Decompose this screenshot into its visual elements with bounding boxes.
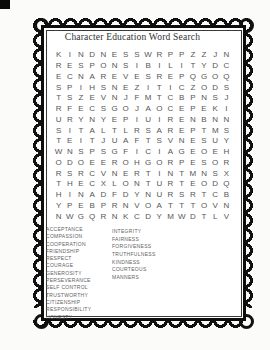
grid-cell: H — [87, 82, 98, 93]
grid-cell: J — [221, 93, 232, 104]
grid-cell: R — [109, 158, 120, 169]
grid-cell: T — [198, 211, 209, 222]
grid-cell: S — [120, 50, 131, 61]
grid-cell: G — [143, 158, 154, 169]
grid-cell: A — [120, 136, 131, 147]
grid-cell: D — [210, 61, 221, 72]
grid-cell: E — [53, 72, 64, 83]
grid-cell: T — [154, 82, 165, 93]
word-list-item: ACCEPTANCE — [46, 226, 91, 233]
grid-cell: N — [198, 93, 209, 104]
grid-cell: C — [165, 93, 176, 104]
grid-cell: R — [165, 190, 176, 201]
grid-cell: F — [64, 104, 75, 115]
grid-cell: N — [75, 72, 86, 83]
grid-cell: Y — [131, 190, 142, 201]
grid-cell: N — [109, 61, 120, 72]
grid-cell: Z — [75, 93, 86, 104]
grid-cell: S — [64, 93, 75, 104]
grid-cell: R — [53, 168, 64, 179]
grid-cell: C — [176, 82, 187, 93]
word-list-item: RESPECT — [46, 255, 91, 262]
grid-cell: M — [187, 168, 198, 179]
grid-cell: N — [143, 190, 154, 201]
grid-cell: E — [176, 125, 187, 136]
grid-cell: O — [154, 104, 165, 115]
word-list-item: CITIZENSHIP — [46, 299, 91, 306]
grid-cell: D — [210, 82, 221, 93]
grid-cell: C — [210, 190, 221, 201]
grid-cell: S — [64, 168, 75, 179]
grid-cell: T — [53, 136, 64, 147]
grid-cell: N — [165, 168, 176, 179]
grid-cell: C — [87, 104, 98, 115]
grid-cell: P — [64, 201, 75, 212]
grid-cell: S — [176, 190, 187, 201]
grid-cell: N — [109, 168, 120, 179]
grid-cell: A — [154, 125, 165, 136]
grid-cell: E — [109, 72, 120, 83]
word-list-item: INTEGRITY — [112, 228, 156, 236]
grid-cell: W — [143, 50, 154, 61]
grid-cell: V — [165, 136, 176, 147]
grid-cell: I — [64, 125, 75, 136]
grid-cell: S — [198, 158, 209, 169]
grid-cell: E — [198, 104, 209, 115]
grid-cell: I — [143, 82, 154, 93]
grid-cell: O — [120, 158, 131, 169]
grid-cell: G — [198, 72, 209, 83]
grid-cell: P — [176, 158, 187, 169]
grid-cell: O — [143, 201, 154, 212]
grid-cell: E — [87, 158, 98, 169]
grid-cell: F — [131, 136, 142, 147]
grid-cell: R — [109, 201, 120, 212]
grid-cell: T — [53, 93, 64, 104]
grid-cell: B — [198, 115, 209, 126]
grid-cell: E — [64, 61, 75, 72]
grid-cell: E — [75, 104, 86, 115]
grid-cell: T — [75, 125, 86, 136]
grid-cell: T — [187, 201, 198, 212]
grid-cell: N — [131, 179, 142, 190]
grid-cell: N — [120, 201, 131, 212]
grid-cell: T — [176, 201, 187, 212]
grid-cell: T — [198, 190, 209, 201]
grid-cell: I — [176, 61, 187, 72]
grid-cell: Q — [187, 72, 198, 83]
scalloped-border-top — [33, 11, 243, 26]
grid-cell: S — [143, 125, 154, 136]
grid-cell: O — [154, 158, 165, 169]
grid-cell: O — [120, 104, 131, 115]
word-list-item: HONESTY — [46, 314, 91, 321]
grid-cell: E — [176, 115, 187, 126]
grid-cell: V — [131, 201, 142, 212]
grid-cell: F — [120, 147, 131, 158]
word-list-item: KINDNESS — [112, 259, 156, 267]
grid-cell: E — [109, 50, 120, 61]
grid-cell: S — [98, 147, 109, 158]
grid-cell: C — [165, 104, 176, 115]
grid-cell: R — [53, 61, 64, 72]
grid-cell: W — [64, 211, 75, 222]
word-list-item: FORGIVENESS — [112, 243, 156, 251]
word-list-item: SELF CONTROL — [46, 284, 91, 291]
grid-cell: N — [87, 115, 98, 126]
grid-cell: N — [109, 82, 120, 93]
grid-cell: I — [154, 115, 165, 126]
grid-cell: Q — [221, 179, 232, 190]
grid-cell: C — [131, 211, 142, 222]
grid-cell: S — [75, 61, 86, 72]
grid-cell: E — [210, 147, 221, 158]
grid-cell: N — [198, 168, 209, 179]
word-grid: KINDNESSWRPPZZJNRESPONSIBILITYDCECNAREVE… — [53, 50, 232, 222]
grid-cell: R — [98, 72, 109, 83]
grid-cell: E — [187, 179, 198, 190]
grid-cell: E — [187, 147, 198, 158]
grid-cell: S — [221, 82, 232, 93]
grid-cell: X — [98, 179, 109, 190]
grid-cell: S — [143, 72, 154, 83]
grid-cell: N — [109, 93, 120, 104]
grid-cell: G — [176, 147, 187, 158]
grid-cell: T — [187, 61, 198, 72]
grid-cell: S — [120, 61, 131, 72]
word-list-right: INTEGRITYFAIRNESSFORGIVENESSTRUTHFULNESS… — [112, 228, 156, 282]
grid-cell: T — [143, 179, 154, 190]
grid-cell: E — [87, 93, 98, 104]
grid-cell: O — [120, 179, 131, 190]
grid-cell: W — [53, 147, 64, 158]
grid-cell: N — [109, 211, 120, 222]
grid-cell: R — [131, 125, 142, 136]
grid-cell: A — [143, 104, 154, 115]
grid-cell: M — [165, 211, 176, 222]
grid-cell: P — [187, 104, 198, 115]
grid-cell: E — [165, 72, 176, 83]
grid-cell: E — [109, 115, 120, 126]
grid-cell: Z — [131, 82, 142, 93]
grid-cell: I — [165, 82, 176, 93]
grid-cell: B — [143, 61, 154, 72]
grid-cell: K — [120, 211, 131, 222]
grid-cell: N — [98, 50, 109, 61]
grid-cell: P — [120, 115, 131, 126]
grid-cell: P — [187, 93, 198, 104]
word-list-item: COOPERATION — [46, 241, 91, 248]
grid-cell: S — [75, 147, 86, 158]
grid-cell: N — [75, 190, 86, 201]
grid-cell: T — [154, 93, 165, 104]
grid-cell: D — [87, 50, 98, 61]
grid-cell: I — [64, 50, 75, 61]
grid-cell: E — [187, 158, 198, 169]
grid-cell: Z — [187, 82, 198, 93]
grid-cell: D — [98, 190, 109, 201]
grid-cell: N — [187, 115, 198, 126]
grid-cell: T — [143, 168, 154, 179]
grid-cell: N — [64, 147, 75, 158]
grid-cell: T — [53, 179, 64, 190]
grid-cell: O — [198, 82, 209, 93]
grid-cell: R — [165, 125, 176, 136]
grid-cell: E — [75, 201, 86, 212]
grid-cell: H — [64, 179, 75, 190]
grid-cell: K — [210, 104, 221, 115]
grid-cell: N — [75, 50, 86, 61]
grid-cell: O — [198, 201, 209, 212]
grid-cell: A — [87, 125, 98, 136]
word-list-item: COURAGE — [46, 262, 91, 269]
grid-cell: D — [187, 211, 198, 222]
grid-cell: O — [75, 158, 86, 169]
grid-cell: V — [120, 72, 131, 83]
grid-cell: P — [176, 72, 187, 83]
grid-cell: D — [64, 158, 75, 169]
grid-cell: R — [131, 168, 142, 179]
grid-cell: L — [210, 211, 221, 222]
grid-cell: S — [98, 82, 109, 93]
grid-cell: U — [154, 179, 165, 190]
grid-cell: G — [75, 211, 86, 222]
grid-cell: L — [109, 179, 120, 190]
grid-cell: V — [98, 93, 109, 104]
grid-cell: R — [75, 168, 86, 179]
grid-cell: I — [154, 168, 165, 179]
grid-cell: T — [176, 179, 187, 190]
grid-cell: N — [221, 201, 232, 212]
grid-cell: S — [210, 93, 221, 104]
grid-cell: R — [64, 115, 75, 126]
grid-cell: A — [87, 190, 98, 201]
word-list-left: ACCEPTANCECOMPASSIONCOOPERATIONFRIENDSHI… — [46, 226, 91, 321]
grid-cell: Q — [87, 211, 98, 222]
word-list-item: FAIRNESS — [112, 236, 156, 244]
grid-cell: V — [210, 201, 221, 212]
grid-cell: M — [143, 93, 154, 104]
grid-cell: S — [210, 168, 221, 179]
word-list-item: GENEROSITY — [46, 270, 91, 277]
grid-cell: Y — [221, 136, 232, 147]
grid-cell: C — [87, 168, 98, 179]
grid-cell: I — [131, 147, 142, 158]
grid-cell: S — [98, 104, 109, 115]
grid-cell: V — [98, 168, 109, 179]
grid-cell: B — [221, 190, 232, 201]
grid-cell: T — [176, 168, 187, 179]
grid-cell: B — [176, 93, 187, 104]
grid-cell: C — [87, 179, 98, 190]
grid-cell: M — [210, 125, 221, 136]
grid-cell: E — [120, 82, 131, 93]
grid-cell: Y — [75, 115, 86, 126]
grid-cell: L — [98, 125, 109, 136]
grid-cell: J — [98, 136, 109, 147]
grid-cell: R — [98, 211, 109, 222]
scalloped-border-right — [245, 18, 260, 308]
grid-cell: P — [176, 50, 187, 61]
grid-cell: I — [75, 136, 86, 147]
grid-cell: I — [131, 61, 142, 72]
grid-cell: O — [198, 179, 209, 190]
grid-cell: G — [109, 104, 120, 115]
grid-cell: T — [87, 136, 98, 147]
grid-cell: F — [109, 190, 120, 201]
grid-cell: L — [120, 125, 131, 136]
grid-cell: A — [154, 201, 165, 212]
word-list-item: PERSEVERANCE — [46, 277, 91, 284]
grid-cell: S — [221, 125, 232, 136]
grid-cell: K — [53, 50, 64, 61]
grid-cell: E — [98, 158, 109, 169]
grid-cell: I — [154, 147, 165, 158]
grid-cell: U — [210, 136, 221, 147]
grid-cell: G — [109, 147, 120, 158]
grid-cell: Y — [198, 61, 209, 72]
grid-cell: I — [75, 82, 86, 93]
grid-cell: R — [187, 190, 198, 201]
grid-cell: D — [120, 190, 131, 201]
word-list-item: MANNERS — [112, 274, 156, 282]
grid-cell: J — [131, 104, 142, 115]
grid-cell: T — [165, 201, 176, 212]
grid-cell: R — [165, 179, 176, 190]
grid-cell: E — [75, 179, 86, 190]
grid-cell: S — [53, 82, 64, 93]
grid-cell: R — [165, 115, 176, 126]
grid-cell: D — [143, 211, 154, 222]
grid-cell: H — [221, 147, 232, 158]
word-list-item: RESPONSIBILITY — [46, 306, 91, 313]
grid-cell: R — [154, 50, 165, 61]
grid-cell: Y — [154, 211, 165, 222]
grid-cell: V — [221, 211, 232, 222]
grid-cell: Z — [198, 50, 209, 61]
grid-cell: E — [176, 104, 187, 115]
grid-cell: I — [154, 61, 165, 72]
grid-cell: N — [210, 115, 221, 126]
word-list-item: COURTEOUS — [112, 266, 156, 274]
grid-cell: L — [165, 61, 176, 72]
grid-cell: S — [154, 136, 165, 147]
grid-cell: X — [221, 168, 232, 179]
grid-cell: S — [131, 50, 142, 61]
grid-cell: P — [187, 125, 198, 136]
grid-cell: Z — [187, 50, 198, 61]
scalloped-border-bottom — [33, 320, 243, 335]
grid-cell: B — [87, 201, 98, 212]
grid-cell: T — [198, 125, 209, 136]
grid-cell: N — [53, 211, 64, 222]
grid-cell: A — [87, 72, 98, 83]
grid-cell: C — [143, 147, 154, 158]
grid-cell: O — [198, 147, 209, 158]
grid-cell: U — [143, 115, 154, 126]
grid-cell: N — [221, 115, 232, 126]
word-list-item: TRUSTWORTHY — [46, 292, 91, 299]
grid-cell: Y — [53, 201, 64, 212]
grid-cell: N — [176, 136, 187, 147]
grid-cell: P — [87, 61, 98, 72]
word-list-item: FRIENDSHIP — [46, 248, 91, 255]
grid-cell: H — [53, 190, 64, 201]
grid-cell: P — [165, 50, 176, 61]
grid-cell: W — [176, 211, 187, 222]
grid-cell: T — [143, 136, 154, 147]
grid-cell: O — [210, 158, 221, 169]
grid-cell: O — [210, 72, 221, 83]
grid-cell: I — [221, 104, 232, 115]
word-list-item: COMPASSION — [46, 233, 91, 240]
grid-cell: T — [109, 125, 120, 136]
grid-cell: S — [53, 125, 64, 136]
grid-cell: O — [98, 61, 109, 72]
scan-artifact — [0, 0, 10, 9]
grid-cell: U — [154, 190, 165, 201]
grid-cell: C — [64, 72, 75, 83]
word-list-item: TRUTHFULNESS — [112, 251, 156, 259]
grid-cell: R — [154, 72, 165, 83]
grid-cell: P — [87, 147, 98, 158]
scanned-worksheet-page: { "game": "word-search", "title": "Chara… — [0, 0, 270, 350]
grid-cell: R — [53, 104, 64, 115]
grid-cell: P — [98, 201, 109, 212]
grid-cell: Y — [98, 115, 109, 126]
grid-cell: S — [198, 136, 209, 147]
grid-cell: R — [221, 158, 232, 169]
grid-cell: E — [64, 136, 75, 147]
grid-cell: O — [53, 158, 64, 169]
grid-cell: E — [131, 72, 142, 83]
grid-cell: C — [221, 61, 232, 72]
grid-cell: F — [131, 93, 142, 104]
scalloped-border-left — [26, 18, 41, 308]
grid-cell: U — [109, 136, 120, 147]
grid-cell: A — [165, 147, 176, 158]
grid-cell: I — [131, 115, 142, 126]
grid-cell: N — [221, 50, 232, 61]
grid-cell: E — [187, 136, 198, 147]
grid-cell: U — [53, 115, 64, 126]
grid-cell: I — [64, 190, 75, 201]
grid-cell: D — [210, 179, 221, 190]
grid-cell: J — [210, 50, 221, 61]
grid-cell: P — [64, 82, 75, 93]
grid-cell: J — [120, 93, 131, 104]
grid-cell: R — [165, 158, 176, 169]
grid-cell: E — [120, 168, 131, 179]
page-title: Character Education Word Search — [30, 32, 235, 42]
grid-cell: Q — [221, 72, 232, 83]
grid-cell: H — [131, 158, 142, 169]
